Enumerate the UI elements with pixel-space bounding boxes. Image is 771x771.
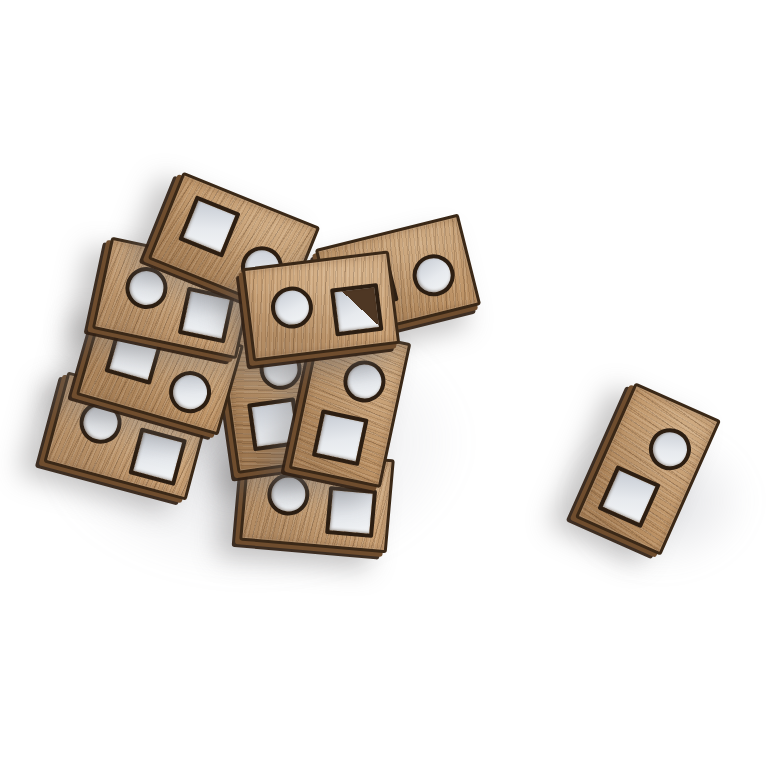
square-hole [312,409,369,466]
square-hole [325,486,377,538]
square-hole [330,283,383,336]
square-hole [178,195,240,257]
circle-hole [164,366,216,418]
square-hole [128,427,187,486]
circle-hole [340,357,390,407]
product-photo-stage [0,0,771,771]
circle-hole [122,263,172,313]
square-hole [597,465,660,528]
wooden-token-3 [242,250,400,361]
square-hole [178,287,235,344]
circle-hole [269,284,316,331]
circle-hole [642,421,697,476]
circle-hole [266,472,312,518]
circle-hole [408,250,459,301]
